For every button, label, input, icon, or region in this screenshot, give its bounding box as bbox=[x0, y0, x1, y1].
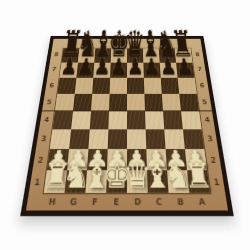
square-h3 bbox=[50, 129, 71, 149]
square-b1: ♞ bbox=[167, 170, 189, 193]
square-d8: ♛ bbox=[127, 48, 143, 62]
rank-label: 6 bbox=[195, 77, 209, 93]
square-d7: ♟ bbox=[127, 63, 144, 78]
square-d2: ♟ bbox=[127, 149, 147, 170]
file-label: C bbox=[143, 39, 159, 48]
file-label: H bbox=[63, 39, 80, 48]
square-c4 bbox=[145, 111, 164, 129]
file-label: C bbox=[148, 194, 170, 210]
square-d3 bbox=[127, 129, 146, 149]
square-a7: ♟ bbox=[176, 63, 194, 78]
square-g1: ♞ bbox=[65, 170, 87, 193]
square-h5 bbox=[55, 94, 75, 111]
square-e8: ♚ bbox=[111, 48, 127, 62]
chess-board-outer: HGFEDCBA HGFEDCBA 87654321 87654321 ♜♞♝♚… bbox=[20, 36, 233, 216]
square-b3 bbox=[164, 129, 185, 149]
square-e7: ♟ bbox=[110, 63, 127, 78]
square-a6 bbox=[178, 78, 197, 94]
square-f8: ♝ bbox=[94, 48, 111, 62]
square-a3 bbox=[183, 129, 204, 149]
square-f6 bbox=[92, 78, 110, 94]
square-d5 bbox=[127, 94, 145, 111]
file-label: D bbox=[127, 39, 143, 48]
file-label: B bbox=[169, 194, 192, 210]
square-b6 bbox=[161, 78, 180, 94]
file-label: G bbox=[62, 194, 85, 210]
square-e1: ♚ bbox=[106, 170, 127, 193]
file-label: E bbox=[111, 39, 127, 48]
square-a2: ♟ bbox=[185, 149, 207, 170]
square-f4 bbox=[90, 111, 109, 129]
square-g7: ♟ bbox=[76, 63, 94, 78]
board-border: HGFEDCBA HGFEDCBA 87654321 87654321 ♜♞♝♚… bbox=[26, 39, 228, 211]
file-label: D bbox=[127, 194, 149, 210]
square-d6 bbox=[127, 78, 144, 94]
square-h6 bbox=[57, 78, 76, 94]
file-label: G bbox=[79, 39, 96, 48]
piece-white-pawn: ♟ bbox=[183, 147, 210, 170]
square-g8: ♞ bbox=[78, 48, 95, 62]
square-b8: ♞ bbox=[159, 48, 176, 62]
square-a1: ♜ bbox=[187, 170, 210, 193]
chess-board: ♜♞♝♚♛♝♞♜♟♟♟♟♟♟♟♟♟♟♟♟♟♟♟♟♜♞♝♚♛♝♞♜ bbox=[42, 48, 211, 195]
square-c8: ♝ bbox=[143, 48, 160, 62]
square-b5 bbox=[162, 94, 181, 111]
square-f1: ♝ bbox=[85, 170, 107, 193]
file-labels-bottom: HGFEDCBA bbox=[40, 194, 214, 210]
square-f7: ♟ bbox=[93, 63, 110, 78]
file-label: A bbox=[190, 194, 213, 210]
product-photo: HGFEDCBA HGFEDCBA 87654321 87654321 ♜♞♝♚… bbox=[0, 0, 250, 250]
file-label: H bbox=[40, 194, 63, 210]
square-g3 bbox=[69, 129, 90, 149]
square-h7: ♟ bbox=[60, 63, 78, 78]
square-h2: ♟ bbox=[47, 149, 69, 170]
square-b4 bbox=[163, 111, 183, 129]
square-e2: ♟ bbox=[107, 149, 127, 170]
square-e6 bbox=[110, 78, 127, 94]
file-label: F bbox=[95, 39, 111, 48]
file-labels-top: HGFEDCBA bbox=[63, 39, 191, 48]
square-d1: ♛ bbox=[127, 170, 148, 193]
square-b2: ♟ bbox=[166, 149, 187, 170]
square-e3 bbox=[108, 129, 127, 149]
square-c5 bbox=[144, 94, 163, 111]
file-label: A bbox=[174, 39, 191, 48]
rank-label: 8 bbox=[191, 48, 204, 62]
square-g6 bbox=[75, 78, 94, 94]
square-g2: ♟ bbox=[67, 149, 88, 170]
square-h1: ♜ bbox=[44, 170, 67, 193]
square-a8: ♜ bbox=[175, 48, 193, 62]
file-label: E bbox=[105, 194, 127, 210]
square-c1: ♝ bbox=[147, 170, 169, 193]
square-a4 bbox=[181, 111, 202, 129]
piece-white-pawn: ♟ bbox=[105, 147, 129, 170]
square-b7: ♟ bbox=[160, 63, 178, 78]
square-f5 bbox=[91, 94, 110, 111]
square-e5 bbox=[109, 94, 127, 111]
square-g5 bbox=[73, 94, 92, 111]
square-h8: ♜ bbox=[62, 48, 80, 62]
file-label: F bbox=[84, 194, 106, 210]
file-label: B bbox=[159, 39, 176, 48]
square-c7: ♟ bbox=[143, 63, 160, 78]
square-f2: ♟ bbox=[87, 149, 108, 170]
fold-seam bbox=[42, 110, 212, 112]
square-d4 bbox=[127, 111, 146, 129]
square-a5 bbox=[179, 94, 199, 111]
square-h4 bbox=[52, 111, 73, 129]
square-c3 bbox=[146, 129, 166, 149]
square-f3 bbox=[88, 129, 108, 149]
square-e4 bbox=[108, 111, 127, 129]
rank-label: 7 bbox=[193, 62, 206, 77]
square-g4 bbox=[71, 111, 91, 129]
square-c2: ♟ bbox=[146, 149, 167, 170]
square-c6 bbox=[144, 78, 162, 94]
